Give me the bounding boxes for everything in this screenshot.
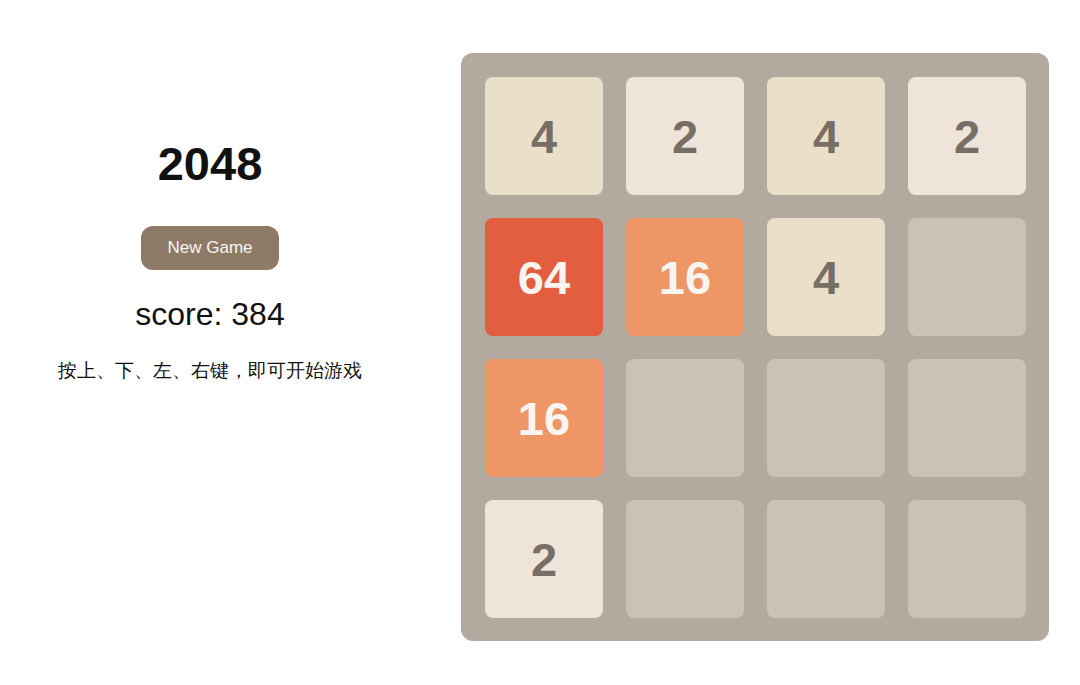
empty-cell — [626, 359, 744, 477]
tile-64: 64 — [485, 218, 603, 336]
tile-2: 2 — [908, 77, 1026, 195]
empty-cell — [767, 500, 885, 618]
tile-4: 4 — [767, 77, 885, 195]
game-board-2048[interactable]: 424264164162 — [461, 53, 1049, 641]
new-game-button[interactable]: New Game — [141, 226, 278, 270]
tile-4: 4 — [485, 77, 603, 195]
page-title: 2048 — [158, 140, 263, 187]
page-root: 2048 New Game score: 384 按上、下、左、右键，即可开始游… — [0, 0, 1080, 685]
tile-2: 2 — [626, 77, 744, 195]
left-panel: 2048 New Game score: 384 按上、下、左、右键，即可开始游… — [0, 0, 420, 381]
empty-cell — [908, 218, 1026, 336]
empty-cell — [908, 359, 1026, 477]
tile-16: 16 — [485, 359, 603, 477]
empty-cell — [626, 500, 744, 618]
hint-text: 按上、下、左、右键，即可开始游戏 — [58, 361, 362, 382]
tile-4: 4 — [767, 218, 885, 336]
empty-cell — [767, 359, 885, 477]
tile-16: 16 — [626, 218, 744, 336]
empty-cell — [908, 500, 1026, 618]
score-text: score: 384 — [135, 297, 284, 332]
tile-2: 2 — [485, 500, 603, 618]
